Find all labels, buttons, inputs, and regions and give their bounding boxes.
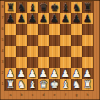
piece-white-pawn[interactable]: ♟ [17,68,26,79]
square-h5[interactable] [82,35,93,46]
piece-black-pawn[interactable]: ♟ [83,13,92,24]
square-f1[interactable]: ♝ [60,79,71,90]
piece-white-knight[interactable]: ♞ [17,79,26,90]
piece-white-pawn[interactable]: ♟ [61,68,70,79]
rank-label-4: 4 [1,46,5,57]
piece-black-pawn[interactable]: ♟ [28,13,37,24]
square-d8[interactable]: ♛ [38,2,49,13]
square-c2[interactable]: ♟ [27,68,38,79]
piece-black-pawn[interactable]: ♟ [39,13,48,24]
piece-black-bishop[interactable]: ♝ [61,2,70,13]
square-a8[interactable]: ♜ [5,2,16,13]
rank-label-6: 6 [1,24,5,35]
square-b2[interactable]: ♟ [16,68,27,79]
square-e6[interactable] [49,24,60,35]
piece-white-rook[interactable]: ♜ [6,79,15,90]
square-a6[interactable] [5,24,16,35]
piece-white-king[interactable]: ♚ [50,79,59,90]
square-f3[interactable] [60,57,71,68]
square-g6[interactable] [71,24,82,35]
square-e4[interactable] [49,46,60,57]
rank-label-7: 7 [1,13,5,24]
square-f5[interactable] [60,35,71,46]
square-d2[interactable]: ♟ [38,68,49,79]
piece-black-pawn[interactable]: ♟ [17,13,26,24]
piece-white-pawn[interactable]: ♟ [72,68,81,79]
piece-white-pawn[interactable]: ♟ [83,68,92,79]
square-c3[interactable] [27,57,38,68]
square-a1[interactable]: ♜ [5,79,16,90]
file-labels: abcdefgh [5,92,93,99]
square-d3[interactable] [38,57,49,68]
square-a4[interactable] [5,46,16,57]
square-b4[interactable] [16,46,27,57]
square-g1[interactable]: ♞ [71,79,82,90]
piece-black-king[interactable]: ♚ [50,2,59,13]
square-b1[interactable]: ♞ [16,79,27,90]
piece-black-rook[interactable]: ♜ [83,2,92,13]
square-d7[interactable]: ♟ [38,13,49,24]
square-f8[interactable]: ♝ [60,2,71,13]
square-g8[interactable]: ♞ [71,2,82,13]
square-d1[interactable]: ♛ [38,79,49,90]
rank-label-8: 8 [1,2,5,13]
square-b7[interactable]: ♟ [16,13,27,24]
square-d5[interactable] [38,35,49,46]
piece-black-queen[interactable]: ♛ [39,2,48,13]
square-d4[interactable] [38,46,49,57]
square-h6[interactable] [82,24,93,35]
piece-white-rook[interactable]: ♜ [83,79,92,90]
board-frame: 87654321 abcdefgh ♜♞♝♛♚♝♞♜♟♟♟♟♟♟♟♟♟♟♟♟♟♟… [0,0,100,100]
file-label-e: e [49,92,60,99]
chess-board[interactable]: ♜♞♝♛♚♝♞♜♟♟♟♟♟♟♟♟♟♟♟♟♟♟♟♟♜♞♝♛♚♝♞♜ [5,2,93,90]
square-a7[interactable]: ♟ [5,13,16,24]
square-g7[interactable]: ♟ [71,13,82,24]
file-label-h: h [82,92,93,99]
square-h8[interactable]: ♜ [82,2,93,13]
piece-black-bishop[interactable]: ♝ [28,2,37,13]
square-d6[interactable] [38,24,49,35]
rank-label-3: 3 [1,57,5,68]
square-h7[interactable]: ♟ [82,13,93,24]
square-g5[interactable] [71,35,82,46]
square-c6[interactable] [27,24,38,35]
square-c5[interactable] [27,35,38,46]
square-b3[interactable] [16,57,27,68]
square-g2[interactable]: ♟ [71,68,82,79]
square-b6[interactable] [16,24,27,35]
square-b5[interactable] [16,35,27,46]
square-c8[interactable]: ♝ [27,2,38,13]
piece-white-pawn[interactable]: ♟ [50,68,59,79]
square-f2[interactable]: ♟ [60,68,71,79]
file-label-g: g [71,92,82,99]
square-c1[interactable]: ♝ [27,79,38,90]
square-f4[interactable] [60,46,71,57]
piece-black-pawn[interactable]: ♟ [61,13,70,24]
square-b8[interactable]: ♞ [16,2,27,13]
file-label-a: a [5,92,16,99]
piece-white-queen[interactable]: ♛ [39,79,48,90]
square-a5[interactable] [5,35,16,46]
square-h2[interactable]: ♟ [82,68,93,79]
square-e8[interactable]: ♚ [49,2,60,13]
square-c7[interactable]: ♟ [27,13,38,24]
rank-label-1: 1 [1,79,5,90]
file-label-b: b [16,92,27,99]
square-e3[interactable] [49,57,60,68]
square-f6[interactable] [60,24,71,35]
piece-white-bishop[interactable]: ♝ [28,79,37,90]
piece-white-knight[interactable]: ♞ [72,79,81,90]
square-e7[interactable]: ♟ [49,13,60,24]
square-a3[interactable] [5,57,16,68]
piece-black-knight[interactable]: ♞ [72,2,81,13]
square-h4[interactable] [82,46,93,57]
piece-black-knight[interactable]: ♞ [17,2,26,13]
square-g3[interactable] [71,57,82,68]
piece-black-pawn[interactable]: ♟ [6,13,15,24]
piece-white-pawn[interactable]: ♟ [39,68,48,79]
square-e2[interactable]: ♟ [49,68,60,79]
piece-black-pawn[interactable]: ♟ [72,13,81,24]
rank-label-5: 5 [1,35,5,46]
piece-white-pawn[interactable]: ♟ [28,68,37,79]
square-c4[interactable] [27,46,38,57]
piece-white-bishop[interactable]: ♝ [61,79,70,90]
square-h3[interactable] [82,57,93,68]
square-e1[interactable]: ♚ [49,79,60,90]
piece-black-rook[interactable]: ♜ [6,2,15,13]
square-h1[interactable]: ♜ [82,79,93,90]
piece-white-pawn[interactable]: ♟ [6,68,15,79]
file-label-c: c [27,92,38,99]
file-label-f: f [60,92,71,99]
square-e5[interactable] [49,35,60,46]
file-label-d: d [38,92,49,99]
square-g4[interactable] [71,46,82,57]
rank-label-2: 2 [1,68,5,79]
piece-black-pawn[interactable]: ♟ [50,13,59,24]
square-a2[interactable]: ♟ [5,68,16,79]
square-f7[interactable]: ♟ [60,13,71,24]
